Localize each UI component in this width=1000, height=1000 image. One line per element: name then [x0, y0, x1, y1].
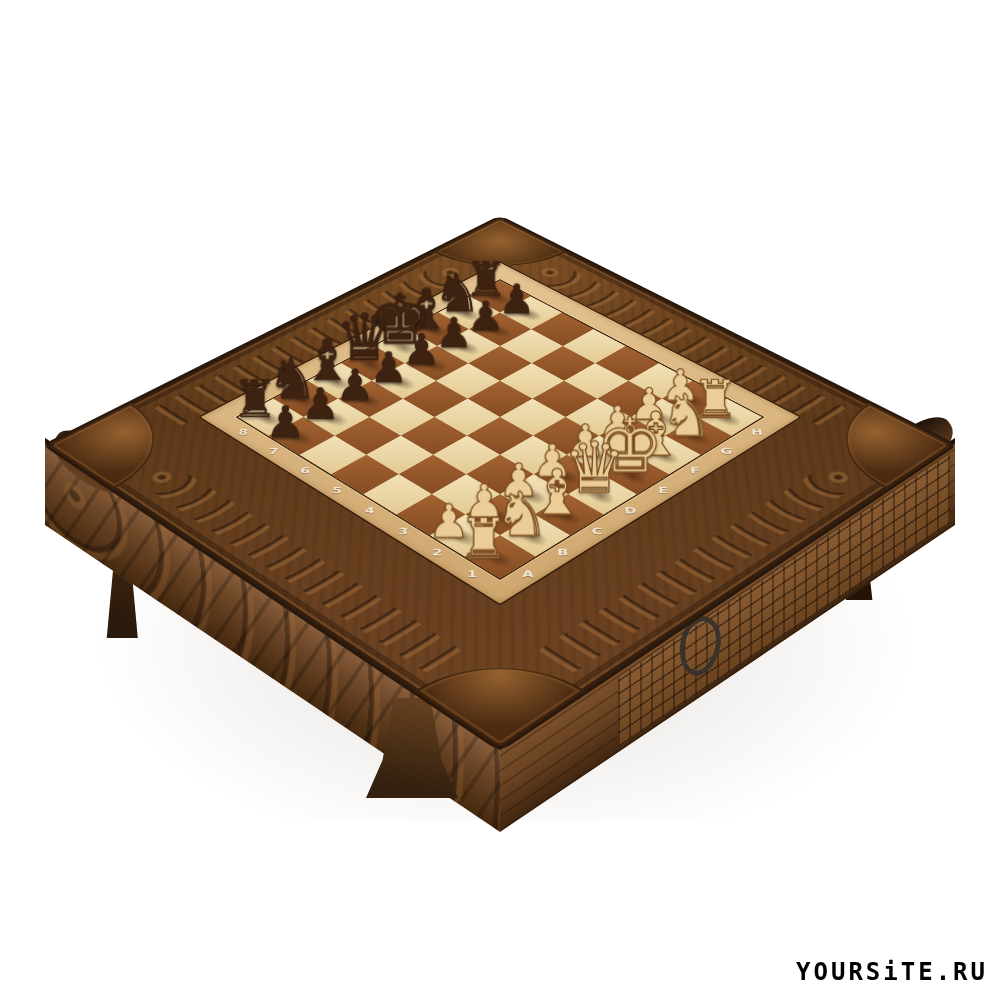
file-label-H: H — [745, 419, 770, 446]
tabletop: ♜♟♟♜♞♟♟♞♝♟♟♝♚♟♟♚♛♟♟♛♝♟♟♝♞♟♟♞♜♟♟♜ 8765432… — [47, 218, 952, 748]
product-photo-stage: ♜♟♟♜♞♟♟♞♝♟♟♝♚♟♟♚♛♟♟♛♝♟♟♝♞♟♟♞♜♟♟♜ 8765432… — [0, 0, 1000, 1000]
scene: ♜♟♟♜♞♟♟♞♝♟♟♝♚♟♟♚♛♟♟♛♝♟♟♝♞♟♟♞♜♟♟♜ 8765432… — [0, 0, 1000, 1000]
watermark: YOURSiTE.RU — [796, 958, 988, 986]
white-rook-a1[interactable]: ♜ — [459, 511, 509, 566]
black-pawn-a7[interactable]: ♟ — [262, 400, 309, 444]
rank-label-8: 8 — [219, 426, 267, 438]
